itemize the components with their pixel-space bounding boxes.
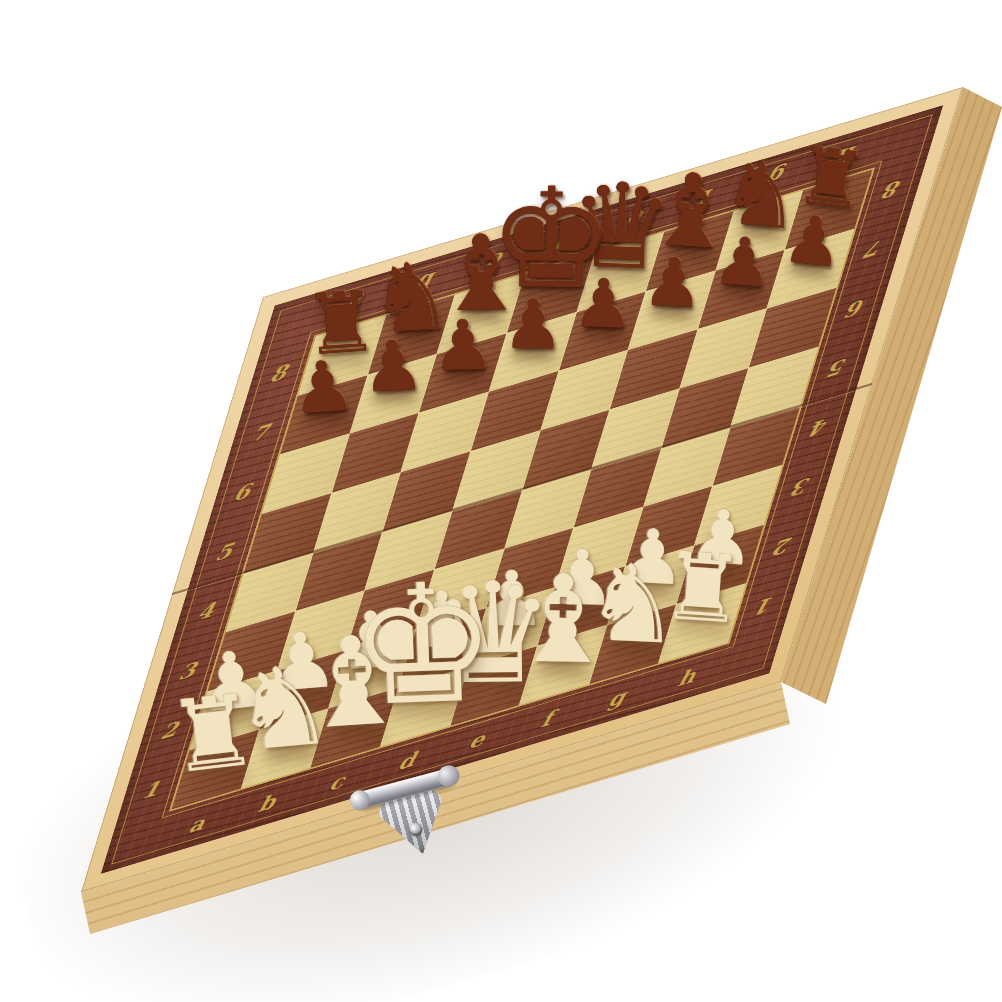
piece-dark-pawn-g7[interactable]: ♟ [710,228,775,299]
piece-dark-pawn-d7[interactable]: ♟ [502,291,563,359]
piece-dark-pawn-h7[interactable]: ♟ [779,206,845,278]
piece-dark-pawn-e7[interactable]: ♟ [571,270,633,339]
product-photo-chess-set: aabbccddeeffgghh8877665544332211 ♜♞♝♟♛♟♚… [0,0,1002,1002]
piece-white-rook-a1[interactable]: ♜ [163,679,263,788]
piece-dark-pawn-c7[interactable]: ♟ [431,311,494,381]
piece-dark-pawn-b7[interactable]: ♟ [360,331,425,403]
piece-dark-pawn-a7[interactable]: ♟ [289,350,357,425]
piece-dark-pawn-f7[interactable]: ♟ [641,249,705,319]
